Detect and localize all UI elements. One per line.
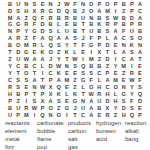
grid-cell-r16c10: U — [79, 105, 87, 112]
word-alkali: alkali — [125, 128, 148, 134]
grid-cell-r17c9: T — [71, 112, 79, 119]
word-reaction: reaction — [125, 120, 148, 126]
grid-cell-r2c6: G — [47, 8, 55, 15]
grid-cell-r16c12: B — [95, 105, 103, 112]
word-reactants: reactants — [5, 120, 37, 126]
word-list-row: fizzpopgas — [5, 143, 148, 150]
grid-cell-r1c6: N — [47, 1, 55, 8]
grid-cell-r2c2: S — [14, 8, 22, 15]
word-list-row: reactantscarbonateproductshydrogenreacti… — [5, 119, 148, 127]
grid-cell-r17c10: C — [79, 112, 87, 119]
grid-cell-r2c13: M — [103, 8, 111, 15]
grid-cell-r17c16: Q — [128, 112, 136, 119]
grid-cell-r2c9: B — [71, 8, 79, 15]
grid-cell-r16c9: J — [71, 105, 79, 112]
grid-cell-r2c1: D — [6, 8, 14, 15]
word-bunsen: bunsen — [96, 128, 125, 134]
grid-cell-r1c2: U — [14, 1, 22, 8]
grid-cell-r2c11: O — [87, 8, 95, 15]
word-pop: pop — [37, 144, 68, 150]
grid-cell-r17c13: R — [103, 112, 111, 119]
grid-cell-r2c12: A — [95, 8, 103, 15]
grid-cell-r17c2: P — [14, 112, 22, 119]
grid-cell-r17c11: A — [87, 112, 95, 119]
grid-cell-r16c16: S — [128, 105, 136, 112]
grid-cell-r1c3: N — [22, 1, 30, 8]
grid-cell-r16c2: U — [14, 105, 22, 112]
grid-cell-r1c13: O — [103, 1, 111, 8]
grid-cell-r16c15: D — [120, 105, 128, 112]
grid-cell-r2c16: P — [128, 8, 136, 15]
grid-cell-r17c3: M — [22, 112, 30, 119]
grid-cell-r16c5: P — [38, 105, 46, 112]
grid-cell-r17c4: I — [30, 112, 38, 119]
grid-cell-r2c7: D — [55, 8, 63, 15]
grid-cell-r16c11: A — [87, 105, 95, 112]
grid-cell-r2c17: C — [136, 8, 144, 15]
grid-cell-r1c8: W — [63, 1, 71, 8]
grid-cell-r1c1: B — [6, 1, 14, 8]
grid-cell-r1c14: P — [112, 1, 120, 8]
word-bubble: bubble — [37, 128, 68, 134]
word-bang: bang — [125, 136, 148, 142]
word-carbonate: carbonate — [37, 120, 68, 126]
word-flame: flame — [37, 136, 68, 142]
grid-cell-r17c14: Z — [112, 112, 120, 119]
grid-cell-r17c15: H — [120, 112, 128, 119]
grid-cell-r17c12: E — [95, 112, 103, 119]
grid-cell-r17c5: Q — [38, 112, 46, 119]
grid-cell-r1c4: S — [30, 1, 38, 8]
word-list: reactantscarbonateproductshydrogenreacti… — [5, 119, 148, 150]
grid-cell-r16c1: B — [6, 105, 14, 112]
grid-cell-r16c8: G — [63, 105, 71, 112]
grid-cell-r2c4: X — [30, 8, 38, 15]
grid-cell-r1c15: B — [120, 1, 128, 8]
grid-cell-r1c12: P — [95, 1, 103, 8]
word-gas: gas — [68, 144, 96, 150]
grid-cell-r16c7: Z — [55, 105, 63, 112]
grid-cell-r16c17: E — [136, 105, 144, 112]
word-salt: salt — [68, 136, 96, 142]
grid-cell-r2c14: I — [112, 8, 120, 15]
grid-cell-r17c1: U — [6, 112, 14, 119]
grid-cell-r16c14: Y — [112, 105, 120, 112]
grid-cell-r16c6: O — [47, 105, 55, 112]
grid-cell-r2c5: R — [38, 8, 46, 15]
grid-cell-r17c6: N — [47, 112, 55, 119]
word-list-row: metalflamesaltacidbang — [5, 135, 148, 143]
word-hydrogen: hydrogen — [96, 120, 125, 126]
word-search-puzzle: BUNSENJWFNOPOPBPADSHXRGDQBJOAMIZPCMAZQFR… — [0, 0, 150, 150]
word-metal: metal — [5, 136, 37, 142]
grid-cell-r2c3: H — [22, 8, 30, 15]
grid-cell-r16c4: W — [30, 105, 38, 112]
grid-cell-r17c8: I — [63, 112, 71, 119]
grid-cell-r1c7: J — [55, 1, 63, 8]
grid-cell-r1c10: N — [79, 1, 87, 8]
word-carbon: carbon — [68, 128, 96, 134]
grid-cell-r17c7: O — [55, 112, 63, 119]
grid-cell-r2c10: J — [79, 8, 87, 15]
word-fizz: fizz — [5, 144, 37, 150]
grid-cell-r16c3: R — [22, 105, 30, 112]
word-element: element — [5, 128, 37, 134]
grid-cell-r2c15: Z — [120, 8, 128, 15]
word-products: products — [68, 120, 96, 126]
grid-cell-r1c9: F — [71, 1, 79, 8]
word-acid: acid — [96, 136, 125, 142]
grid-cell-r17c17: P — [136, 112, 144, 119]
grid-cell-r16c13: X — [103, 105, 111, 112]
word-list-row: elementbubblecarbonbunsenalkali — [5, 127, 148, 135]
grid-cell-r1c11: O — [87, 1, 95, 8]
letter-grid: BUNSENJWFNOPOPBPADSHXRGDQBJOAMIZPCMAZQFR… — [6, 1, 144, 119]
grid-cell-r2c8: Q — [63, 8, 71, 15]
grid-cell-r1c16: P — [128, 1, 136, 8]
grid-cell-r1c5: E — [38, 1, 46, 8]
grid-cell-r1c17: A — [136, 1, 144, 8]
